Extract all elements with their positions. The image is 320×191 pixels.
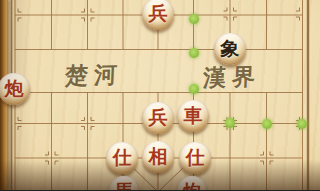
- move-hint-dot-4[interactable]: [262, 119, 272, 129]
- piece-character: 仕: [186, 148, 205, 167]
- piece-character: 仕: [113, 148, 132, 167]
- piece-black-elephant[interactable]: 象: [214, 33, 246, 65]
- xiangqi-board: 楚河 漢界 兵象炮兵車仕相仕馬炮: [0, 0, 320, 190]
- river-label-han-jie: 漢界: [202, 61, 261, 94]
- piece-red-advisor-left[interactable]: 仕: [106, 142, 138, 174]
- move-hint-dot-1[interactable]: [189, 48, 199, 58]
- piece-character: 兵: [149, 4, 168, 23]
- piece-character: 炮: [183, 182, 202, 191]
- piece-character: 炮: [5, 79, 24, 98]
- move-hint-dot-0[interactable]: [189, 14, 199, 24]
- move-hint-dot-2[interactable]: [189, 84, 199, 94]
- piece-red-chariot-selected[interactable]: 車: [177, 100, 209, 132]
- piece-character: 車: [184, 106, 203, 125]
- piece-red-advisor-right[interactable]: 仕: [179, 142, 211, 174]
- piece-red-soldier[interactable]: 兵: [142, 102, 174, 134]
- piece-character: 象: [221, 39, 240, 58]
- piece-character: 相: [149, 147, 168, 166]
- piece-character: 兵: [149, 108, 168, 127]
- river-label-chu-he: 楚河: [64, 59, 123, 92]
- piece-red-elephant[interactable]: 相: [142, 141, 174, 173]
- piece-character: 馬: [115, 182, 134, 191]
- move-hint-dot-5[interactable]: [297, 119, 307, 129]
- move-hint-dot-3[interactable]: [225, 118, 235, 128]
